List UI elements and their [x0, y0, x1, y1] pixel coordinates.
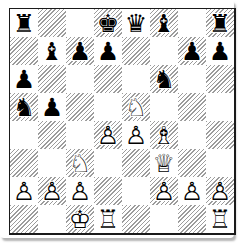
- square-b4: [38, 121, 66, 149]
- piece-black-rook-a8: ♜♜: [10, 9, 38, 37]
- piece-white-pawn-a2: ♟♙: [10, 177, 38, 205]
- piece-glyph: ♖: [206, 205, 234, 233]
- square-e1: [122, 205, 150, 233]
- square-c1: ♚♔: [66, 205, 94, 233]
- diagram-card: ♜♜♚♚♛♛♝♝♜♜♝♝♟♟♟♟♟♟♟♟♟♟♞♞♞♞♟♟♞♘♟♙♟♙♝♗♞♘♛♕…: [0, 0, 234, 238]
- square-d5: [94, 93, 122, 121]
- square-d3: [94, 149, 122, 177]
- piece-glyph: ♙: [38, 177, 66, 205]
- square-e6: [122, 65, 150, 93]
- square-g5: [178, 93, 206, 121]
- piece-glyph: ♕: [150, 149, 178, 177]
- piece-glyph: ♛: [122, 9, 150, 37]
- piece-glyph: ♙: [178, 177, 206, 205]
- piece-glyph: ♙: [122, 121, 150, 149]
- piece-white-queen-f3: ♛♕: [150, 149, 178, 177]
- square-g8: [178, 9, 206, 37]
- piece-black-pawn-g7: ♟♟: [178, 37, 206, 65]
- square-e2: [122, 177, 150, 205]
- square-a3: [10, 149, 38, 177]
- piece-black-pawn-h7: ♟♟: [206, 37, 234, 65]
- square-d8: ♚♚: [94, 9, 122, 37]
- piece-glyph: ♚: [94, 9, 122, 37]
- piece-white-rook-h1: ♜♖: [206, 205, 234, 233]
- square-a1: [10, 205, 38, 233]
- piece-glyph: ♟: [206, 37, 234, 65]
- square-a4: [10, 121, 38, 149]
- piece-white-pawn-e4: ♟♙: [122, 121, 150, 149]
- piece-black-pawn-a6: ♟♟: [10, 65, 38, 93]
- piece-white-pawn-h2: ♟♙: [206, 177, 234, 205]
- square-h2: ♟♙: [206, 177, 234, 205]
- piece-black-bishop-f8: ♝♝: [150, 9, 178, 37]
- square-e5: ♞♘: [122, 93, 150, 121]
- square-d1: ♜♖: [94, 205, 122, 233]
- piece-glyph: ♟: [94, 37, 122, 65]
- piece-glyph: ♘: [122, 93, 150, 121]
- piece-white-pawn-f2: ♟♙: [150, 177, 178, 205]
- piece-black-pawn-d7: ♟♟: [94, 37, 122, 65]
- piece-white-knight-c3: ♞♘: [66, 149, 94, 177]
- square-d4: ♟♙: [94, 121, 122, 149]
- square-f3: ♛♕: [150, 149, 178, 177]
- square-g6: [178, 65, 206, 93]
- square-f5: [150, 93, 178, 121]
- piece-glyph: ♟: [178, 37, 206, 65]
- piece-glyph: ♝: [150, 9, 178, 37]
- piece-glyph: ♙: [150, 177, 178, 205]
- square-f2: ♟♙: [150, 177, 178, 205]
- square-g2: ♟♙: [178, 177, 206, 205]
- square-e7: [122, 37, 150, 65]
- piece-white-rook-d1: ♜♖: [94, 205, 122, 233]
- piece-glyph: ♙: [94, 121, 122, 149]
- square-h1: ♜♖: [206, 205, 234, 233]
- square-h3: [206, 149, 234, 177]
- piece-black-knight-f6: ♞♞: [150, 65, 178, 93]
- square-c6: [66, 65, 94, 93]
- square-c2: ♟♙: [66, 177, 94, 205]
- square-a7: [10, 37, 38, 65]
- square-g3: [178, 149, 206, 177]
- piece-glyph: ♞: [150, 65, 178, 93]
- piece-black-bishop-b7: ♝♝: [38, 37, 66, 65]
- square-b7: ♝♝: [38, 37, 66, 65]
- square-b1: [38, 205, 66, 233]
- square-f7: [150, 37, 178, 65]
- piece-glyph: ♘: [66, 149, 94, 177]
- square-e3: [122, 149, 150, 177]
- piece-glyph: ♞: [10, 93, 38, 121]
- piece-glyph: ♙: [10, 177, 38, 205]
- square-d6: [94, 65, 122, 93]
- square-g1: [178, 205, 206, 233]
- square-a5: ♞♞: [10, 93, 38, 121]
- piece-white-pawn-g2: ♟♙: [178, 177, 206, 205]
- piece-black-pawn-c7: ♟♟: [66, 37, 94, 65]
- square-a6: ♟♟: [10, 65, 38, 93]
- piece-glyph: ♟: [66, 37, 94, 65]
- piece-glyph: ♝: [38, 37, 66, 65]
- square-f6: ♞♞: [150, 65, 178, 93]
- chessboard: ♜♜♚♚♛♛♝♝♜♜♝♝♟♟♟♟♟♟♟♟♟♟♞♞♞♞♟♟♞♘♟♙♟♙♝♗♞♘♛♕…: [9, 8, 236, 235]
- piece-white-pawn-d4: ♟♙: [94, 121, 122, 149]
- piece-glyph: ♙: [66, 177, 94, 205]
- piece-white-bishop-f4: ♝♗: [150, 121, 178, 149]
- square-e8: ♛♛: [122, 9, 150, 37]
- piece-black-knight-a5: ♞♞: [10, 93, 38, 121]
- square-d2: [94, 177, 122, 205]
- square-f1: [150, 205, 178, 233]
- chess-diagram-image: ♜♜♚♚♛♛♝♝♜♜♝♝♟♟♟♟♟♟♟♟♟♟♞♞♞♞♟♟♞♘♟♙♟♙♝♗♞♘♛♕…: [0, 0, 239, 244]
- piece-white-knight-e5: ♞♘: [122, 93, 150, 121]
- piece-white-pawn-c2: ♟♙: [66, 177, 94, 205]
- piece-glyph: ♜: [206, 9, 234, 37]
- square-b6: [38, 65, 66, 93]
- square-a8: ♜♜: [10, 9, 38, 37]
- square-b3: [38, 149, 66, 177]
- square-c7: ♟♟: [66, 37, 94, 65]
- square-b2: ♟♙: [38, 177, 66, 205]
- square-c8: [66, 9, 94, 37]
- piece-black-queen-e8: ♛♛: [122, 9, 150, 37]
- square-c5: [66, 93, 94, 121]
- piece-glyph: ♟: [38, 93, 66, 121]
- square-h7: ♟♟: [206, 37, 234, 65]
- square-h6: [206, 65, 234, 93]
- piece-glyph: ♗: [150, 121, 178, 149]
- piece-black-pawn-b5: ♟♟: [38, 93, 66, 121]
- piece-white-pawn-b2: ♟♙: [38, 177, 66, 205]
- square-f8: ♝♝: [150, 9, 178, 37]
- piece-glyph: ♙: [206, 177, 234, 205]
- square-b8: [38, 9, 66, 37]
- square-h4: [206, 121, 234, 149]
- square-g7: ♟♟: [178, 37, 206, 65]
- piece-glyph: ♖: [94, 205, 122, 233]
- square-c3: ♞♘: [66, 149, 94, 177]
- square-e4: ♟♙: [122, 121, 150, 149]
- square-c4: [66, 121, 94, 149]
- square-d7: ♟♟: [94, 37, 122, 65]
- piece-black-king-d8: ♚♚: [94, 9, 122, 37]
- piece-glyph: ♟: [10, 65, 38, 93]
- square-f4: ♝♗: [150, 121, 178, 149]
- square-h8: ♜♜: [206, 9, 234, 37]
- square-g4: [178, 121, 206, 149]
- piece-black-rook-h8: ♜♜: [206, 9, 234, 37]
- square-b5: ♟♟: [38, 93, 66, 121]
- piece-glyph: ♔: [66, 205, 94, 233]
- piece-white-king-c1: ♚♔: [66, 205, 94, 233]
- piece-glyph: ♜: [10, 9, 38, 37]
- square-a2: ♟♙: [10, 177, 38, 205]
- square-h5: [206, 93, 234, 121]
